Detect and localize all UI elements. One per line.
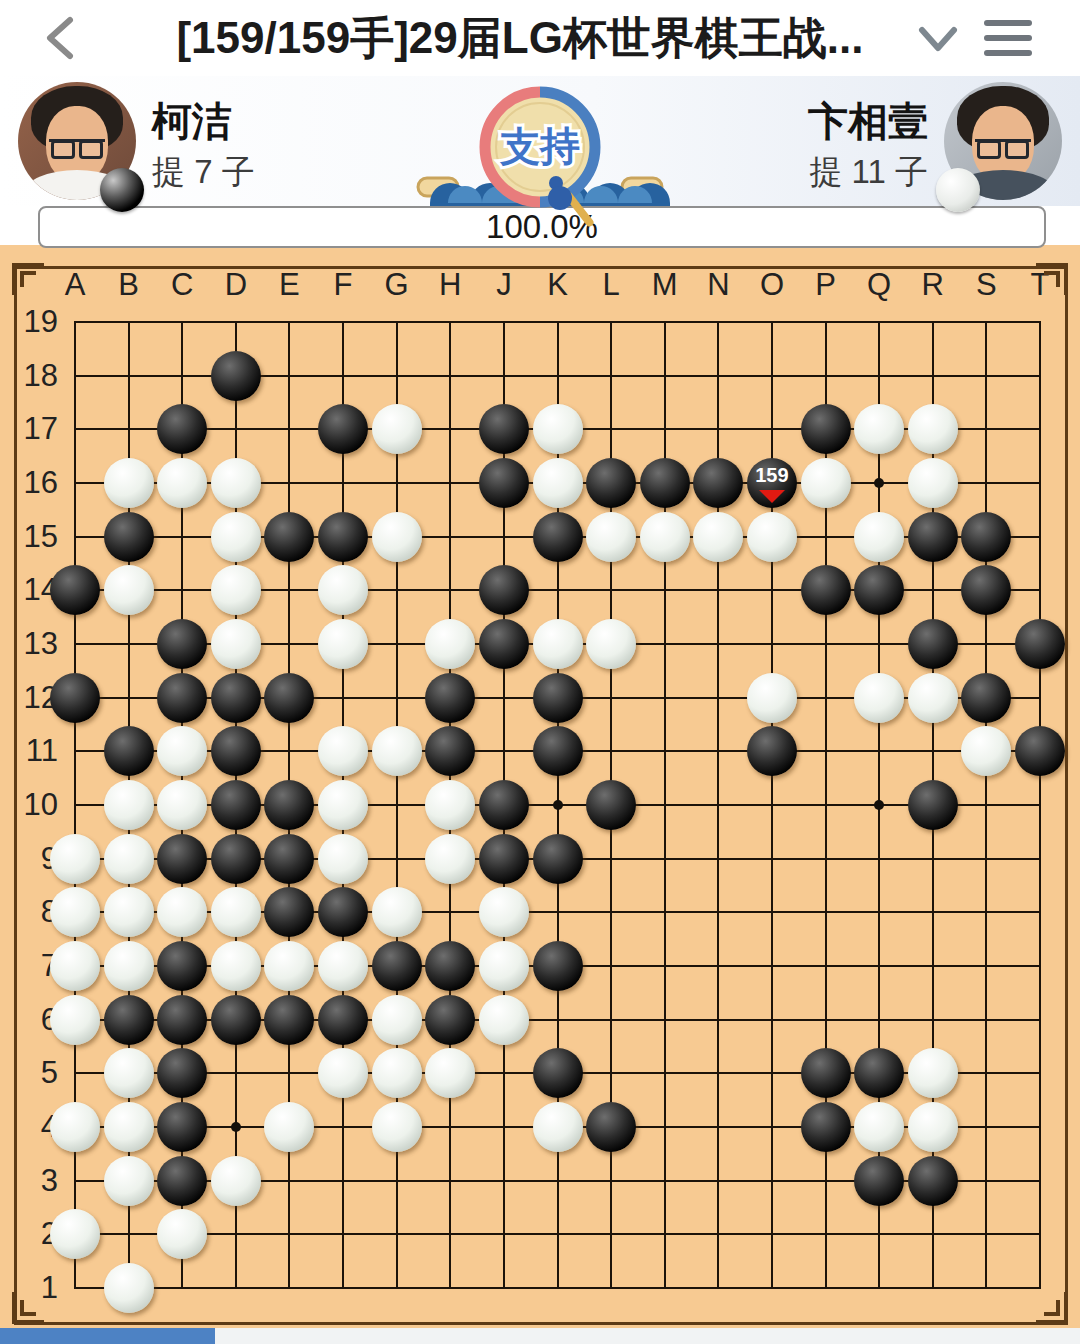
stone-white-G11 [372, 726, 422, 776]
stone-white-H13 [425, 619, 475, 669]
coord-number-11: 11 [12, 733, 58, 769]
stone-white-G6 [372, 995, 422, 1045]
coord-letter-K: K [542, 267, 574, 303]
stone-white-O12 [747, 673, 797, 723]
stone-black-K12 [533, 673, 583, 723]
page-title: [159/159手]29届LG杯世界棋王战... [120, 8, 920, 68]
coord-letter-M: M [649, 267, 681, 303]
back-chevron-icon [36, 12, 86, 64]
stone-black-K7 [533, 941, 583, 991]
hamburger-menu-button[interactable] [980, 16, 1036, 62]
white-stone-icon [936, 168, 980, 212]
stone-white-G4 [372, 1102, 422, 1152]
coord-number-15: 15 [12, 519, 58, 555]
coord-letter-F: F [327, 267, 359, 303]
board-corner-ornament [8, 1288, 48, 1328]
support-medal-icon: 支持 [390, 80, 690, 242]
stone-black-B11 [104, 726, 154, 776]
stone-white-B3 [104, 1156, 154, 1206]
stone-black-Q3 [854, 1156, 904, 1206]
stone-black-D12 [211, 673, 261, 723]
coord-letter-J: J [488, 267, 520, 303]
coord-letter-C: C [166, 267, 198, 303]
stone-white-D7 [211, 941, 261, 991]
stone-white-F9 [318, 834, 368, 884]
stone-black-J9 [479, 834, 529, 884]
title-dropdown-button[interactable] [912, 16, 964, 62]
stone-black-E15 [264, 512, 314, 562]
stone-white-L13 [586, 619, 636, 669]
stone-white-B10 [104, 780, 154, 830]
last-move-number: 159 [747, 464, 797, 487]
coord-letter-H: H [434, 267, 466, 303]
svg-text:支持: 支持 [499, 124, 580, 168]
stone-white-Q12 [854, 673, 904, 723]
stone-white-M15 [640, 512, 690, 562]
back-button[interactable] [36, 12, 86, 64]
stone-white-R4 [908, 1102, 958, 1152]
stone-white-B8 [104, 887, 154, 937]
stone-white-B9 [104, 834, 154, 884]
stone-black-L16 [586, 458, 636, 508]
stone-black-E9 [264, 834, 314, 884]
coord-letter-Q: Q [863, 267, 895, 303]
stone-white-D8 [211, 887, 261, 937]
coord-letter-G: G [381, 267, 413, 303]
stone-black-R10 [908, 780, 958, 830]
stone-black-A14 [50, 565, 100, 615]
stone-black-H12 [425, 673, 475, 723]
coord-number-10: 10 [12, 787, 58, 823]
stone-black-C4 [157, 1102, 207, 1152]
stone-black-K5 [533, 1048, 583, 1098]
grid-line [74, 1233, 1041, 1235]
stone-black-L10 [586, 780, 636, 830]
stone-black-P14 [801, 565, 851, 615]
white-player-captures: 提 11 子 [809, 150, 928, 195]
stone-white-K4 [533, 1102, 583, 1152]
board-corner-ornament [1032, 259, 1072, 299]
stone-white-B14 [104, 565, 154, 615]
stone-black-O16: 159 [747, 458, 797, 508]
avatar-glasses [975, 139, 1031, 160]
stone-white-C16 [157, 458, 207, 508]
stone-black-J16 [479, 458, 529, 508]
stone-black-S15 [961, 512, 1011, 562]
stone-black-L4 [586, 1102, 636, 1152]
stone-black-H6 [425, 995, 475, 1045]
stone-black-B6 [104, 995, 154, 1045]
coord-number-16: 16 [12, 465, 58, 501]
stone-black-D10 [211, 780, 261, 830]
stone-white-G5 [372, 1048, 422, 1098]
board-corner-ornament [8, 259, 48, 299]
stone-white-B1 [104, 1263, 154, 1313]
stone-black-C7 [157, 941, 207, 991]
stone-black-S12 [961, 673, 1011, 723]
black-player-captures: 提 7 子 [152, 150, 255, 195]
stone-black-R13 [908, 619, 958, 669]
stone-white-Q15 [854, 512, 904, 562]
stone-white-J8 [479, 887, 529, 937]
bottom-progress-fill [0, 1328, 215, 1344]
stone-black-P17 [801, 404, 851, 454]
stone-white-D3 [211, 1156, 261, 1206]
stone-black-D11 [211, 726, 261, 776]
stone-black-J14 [479, 565, 529, 615]
stone-black-C13 [157, 619, 207, 669]
stone-white-R5 [908, 1048, 958, 1098]
black-stone-icon [100, 168, 144, 212]
stone-black-K9 [533, 834, 583, 884]
go-app-screen: [159/159手]29届LG杯世界棋王战... 柯洁 提 7 子 [0, 0, 1080, 1344]
stone-white-G17 [372, 404, 422, 454]
coord-number-18: 18 [12, 358, 58, 394]
board-corner-ornament [1032, 1288, 1072, 1328]
stone-white-B5 [104, 1048, 154, 1098]
stone-white-J7 [479, 941, 529, 991]
stone-black-J10 [479, 780, 529, 830]
stone-black-C6 [157, 995, 207, 1045]
stone-white-O15 [747, 512, 797, 562]
stone-black-J13 [479, 619, 529, 669]
stone-black-C12 [157, 673, 207, 723]
coord-number-5: 5 [12, 1055, 58, 1091]
stone-black-B15 [104, 512, 154, 562]
stone-black-P5 [801, 1048, 851, 1098]
chevron-down-icon [912, 16, 964, 62]
stone-white-H10 [425, 780, 475, 830]
stone-black-R15 [908, 512, 958, 562]
stone-black-M16 [640, 458, 690, 508]
coord-letter-O: O [756, 267, 788, 303]
stone-white-Q4 [854, 1102, 904, 1152]
stone-white-B4 [104, 1102, 154, 1152]
stone-white-D16 [211, 458, 261, 508]
coord-number-3: 3 [12, 1163, 58, 1199]
coord-letter-N: N [702, 267, 734, 303]
stone-white-D13 [211, 619, 261, 669]
stone-white-B7 [104, 941, 154, 991]
grid-line [74, 1287, 1041, 1289]
stone-white-D15 [211, 512, 261, 562]
stone-black-D9 [211, 834, 261, 884]
stone-white-H9 [425, 834, 475, 884]
stone-white-F7 [318, 941, 368, 991]
stone-black-E6 [264, 995, 314, 1045]
stone-white-N15 [693, 512, 743, 562]
coord-number-13: 13 [12, 626, 58, 662]
stone-white-D14 [211, 565, 261, 615]
stone-white-G8 [372, 887, 422, 937]
coord-number-19: 19 [12, 304, 58, 340]
stone-black-O11 [747, 726, 797, 776]
stone-white-A8 [50, 887, 100, 937]
stone-black-A12 [50, 673, 100, 723]
coord-letter-A: A [59, 267, 91, 303]
stone-black-C3 [157, 1156, 207, 1206]
coord-letter-B: B [113, 267, 145, 303]
stone-black-T13 [1015, 619, 1065, 669]
last-move-marker-icon [759, 490, 785, 503]
stone-white-K16 [533, 458, 583, 508]
stone-black-T11 [1015, 726, 1065, 776]
stone-black-F6 [318, 995, 368, 1045]
avatar-glasses [49, 139, 105, 160]
stone-white-B16 [104, 458, 154, 508]
stone-white-A9 [50, 834, 100, 884]
stone-black-E12 [264, 673, 314, 723]
stone-black-K11 [533, 726, 583, 776]
title-bar: [159/159手]29届LG杯世界棋王战... [0, 0, 1080, 76]
star-point-K10 [553, 800, 563, 810]
coord-number-17: 17 [12, 411, 58, 447]
stone-black-G7 [372, 941, 422, 991]
stone-white-G15 [372, 512, 422, 562]
stone-white-K17 [533, 404, 583, 454]
bottom-progress-track [0, 1328, 1080, 1344]
stone-white-F10 [318, 780, 368, 830]
stone-white-A6 [50, 995, 100, 1045]
stone-black-D6 [211, 995, 261, 1045]
go-board[interactable]: ABCDEFGHJKLMNOPQRST191817161514131211109… [0, 245, 1080, 1344]
stone-white-K13 [533, 619, 583, 669]
stone-white-L15 [586, 512, 636, 562]
stone-black-K15 [533, 512, 583, 562]
hamburger-icon [984, 20, 1032, 26]
coord-letter-P: P [810, 267, 842, 303]
support-badge-button[interactable]: 支持 [390, 80, 690, 242]
stone-white-R12 [908, 673, 958, 723]
stone-white-A4 [50, 1102, 100, 1152]
stone-black-C9 [157, 834, 207, 884]
grid-line [74, 321, 1041, 323]
stone-black-J17 [479, 404, 529, 454]
stone-black-N16 [693, 458, 743, 508]
stone-white-A2 [50, 1209, 100, 1259]
white-player-name: 卞相壹 [808, 94, 928, 149]
stone-black-P4 [801, 1102, 851, 1152]
stone-white-A7 [50, 941, 100, 991]
coord-letter-L: L [595, 267, 627, 303]
star-point-D4 [231, 1122, 241, 1132]
stone-black-D18 [211, 351, 261, 401]
coord-letter-S: S [970, 267, 1002, 303]
stone-white-P16 [801, 458, 851, 508]
stone-black-H7 [425, 941, 475, 991]
stone-white-R17 [908, 404, 958, 454]
stone-white-J6 [479, 995, 529, 1045]
stone-white-R16 [908, 458, 958, 508]
stone-white-F13 [318, 619, 368, 669]
stone-white-C10 [157, 780, 207, 830]
stone-black-F15 [318, 512, 368, 562]
coord-letter-R: R [917, 267, 949, 303]
coord-letter-D: D [220, 267, 252, 303]
coord-letter-E: E [273, 267, 305, 303]
black-player-name: 柯洁 [152, 94, 232, 149]
stone-black-R3 [908, 1156, 958, 1206]
